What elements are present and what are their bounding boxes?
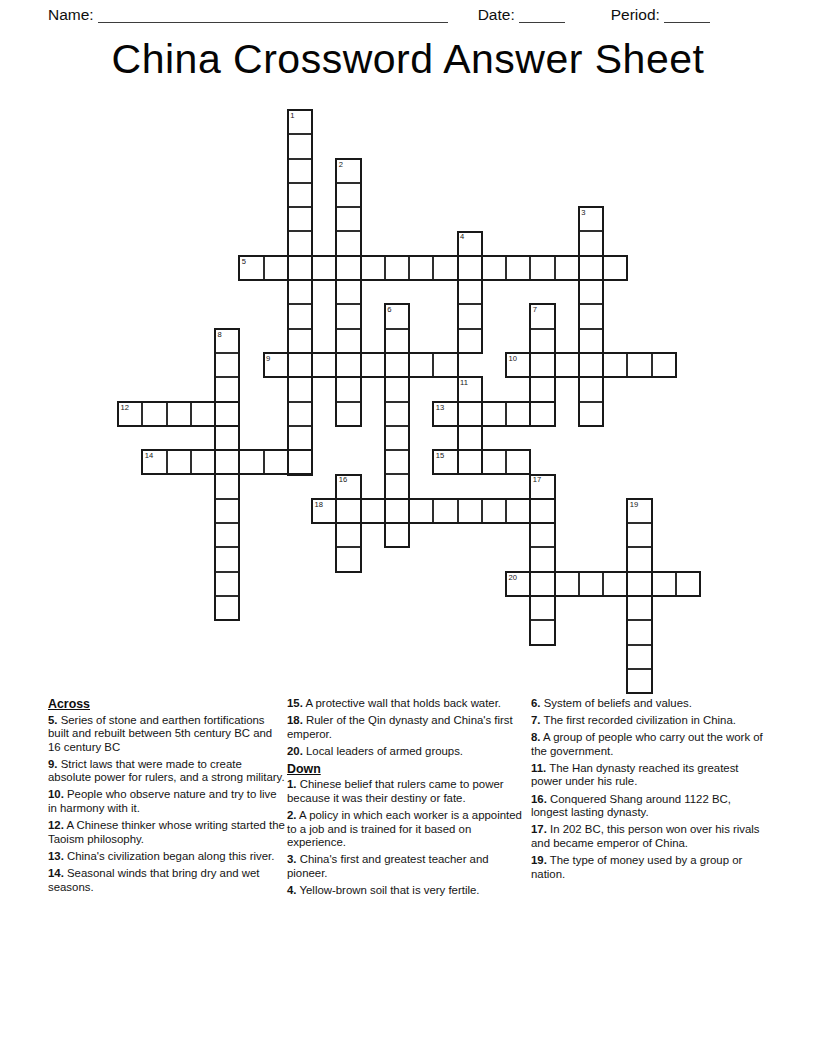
cell-r6-c18[interactable] (555, 256, 579, 280)
cell-r12-c9[interactable] (336, 402, 360, 426)
cell-r16-c11[interactable] (385, 499, 409, 523)
clue-3: 3. China's first and greatest teacher an… (287, 853, 524, 880)
clue-number: 8. (531, 731, 541, 743)
cell-r6-c19[interactable] (579, 256, 603, 280)
clue-number: 5. (48, 714, 58, 726)
clue-17: 17. In 202 BC, this person won over his … (531, 823, 768, 850)
cell-r19-c21[interactable] (627, 572, 651, 596)
cell-r12-c16[interactable] (506, 402, 530, 426)
cell-r12-c2[interactable] (167, 402, 191, 426)
cell-r15-c17[interactable]: 17 (530, 474, 554, 498)
cell-r10-c19[interactable] (579, 353, 603, 377)
cell-r11-c9[interactable] (336, 377, 360, 401)
cell-r12-c17[interactable] (530, 402, 554, 426)
cell-r20-c21[interactable] (627, 596, 651, 620)
clue-number: 13. (48, 850, 64, 862)
cell-number-16: 16 (339, 475, 347, 484)
cell-r6-c13[interactable] (433, 256, 457, 280)
clue-5: 5. Series of stone and earthen fortifica… (48, 714, 285, 755)
cell-r8-c19[interactable] (579, 304, 603, 328)
cell-number-15: 15 (436, 451, 444, 460)
cell-r16-c10[interactable] (361, 499, 385, 523)
cell-r16-c15[interactable] (482, 499, 506, 523)
cell-r6-c16[interactable] (506, 256, 530, 280)
cell-r11-c19[interactable] (579, 377, 603, 401)
worksheet-page: Name: Date: Period: China Crossword Answ… (0, 0, 816, 1056)
cell-r6-c5[interactable]: 5 (239, 256, 263, 280)
cell-number-1: 1 (290, 111, 294, 120)
clue-number: 9. (48, 758, 58, 770)
cell-r9-c14[interactable] (458, 329, 482, 353)
cell-r19-c19[interactable] (579, 572, 603, 596)
cell-r6-c7[interactable] (288, 256, 312, 280)
cell-r9-c11[interactable] (385, 329, 409, 353)
cell-r16-c12[interactable] (409, 499, 433, 523)
cell-r4-c9[interactable] (336, 207, 360, 231)
cell-r6-c9[interactable] (336, 256, 360, 280)
cell-r6-c15[interactable] (482, 256, 506, 280)
cell-r20-c17[interactable] (530, 596, 554, 620)
cell-r7-c7[interactable] (288, 280, 312, 304)
cell-r9-c17[interactable] (530, 329, 554, 353)
cell-r19-c18[interactable] (555, 572, 579, 596)
cell-r6-c11[interactable] (385, 256, 409, 280)
clue-11: 11. The Han dynasty reached its greatest… (531, 762, 768, 789)
cell-r1-c7[interactable] (288, 134, 312, 158)
cell-r10-c16[interactable]: 10 (506, 353, 530, 377)
cell-number-14: 14 (145, 451, 153, 460)
cell-r5-c9[interactable] (336, 231, 360, 255)
clue-number: 16. (531, 793, 547, 805)
cell-number-4: 4 (460, 232, 464, 241)
cell-r13-c7[interactable] (288, 426, 312, 450)
cell-r16-c16[interactable] (506, 499, 530, 523)
cell-r17-c21[interactable] (627, 523, 651, 547)
date-label: Date: (478, 6, 515, 24)
cell-r6-c6[interactable] (264, 256, 288, 280)
cell-r11-c7[interactable] (288, 377, 312, 401)
cell-r16-c21[interactable]: 19 (627, 499, 651, 523)
cell-r4-c7[interactable] (288, 207, 312, 231)
cell-r7-c19[interactable] (579, 280, 603, 304)
cell-r12-c13[interactable]: 13 (433, 402, 457, 426)
cell-r8-c7[interactable] (288, 304, 312, 328)
cell-r14-c11[interactable] (385, 450, 409, 474)
clue-4: 4. Yellow-brown soil that is very fertil… (287, 884, 524, 898)
cell-r16-c17[interactable] (530, 499, 554, 523)
cell-r14-c4[interactable] (215, 450, 239, 474)
cell-r4-c19[interactable]: 3 (579, 207, 603, 231)
cell-r13-c11[interactable] (385, 426, 409, 450)
cell-r13-c14[interactable] (458, 426, 482, 450)
clues-column-1: Across5. Series of stone and earthen for… (48, 697, 285, 898)
cell-r12-c11[interactable] (385, 402, 409, 426)
cell-r16-c13[interactable] (433, 499, 457, 523)
clue-number: 6. (531, 697, 541, 709)
cell-r19-c23[interactable] (676, 572, 700, 596)
name-blank-line[interactable] (98, 10, 448, 23)
cell-r15-c11[interactable] (385, 474, 409, 498)
cell-r8-c9[interactable] (336, 304, 360, 328)
cell-number-2: 2 (339, 160, 343, 169)
cell-r15-c9[interactable]: 16 (336, 474, 360, 498)
clue-number: 12. (48, 819, 64, 831)
cell-r10-c13[interactable] (433, 353, 457, 377)
cell-r10-c18[interactable] (555, 353, 579, 377)
cell-r18-c17[interactable] (530, 547, 554, 571)
clue-1: 1. Chinese belief that rulers came to po… (287, 778, 524, 805)
cell-r17-c9[interactable] (336, 523, 360, 547)
cell-r11-c14[interactable]: 11 (458, 377, 482, 401)
cell-number-13: 13 (436, 403, 444, 412)
cell-r14-c13[interactable]: 15 (433, 450, 457, 474)
cell-r5-c19[interactable] (579, 231, 603, 255)
clue-16: 16. Conquered Shang around 1122 BC, long… (531, 793, 768, 820)
cell-r11-c11[interactable] (385, 377, 409, 401)
cell-r16-c8[interactable]: 18 (312, 499, 336, 523)
cell-r10-c21[interactable] (627, 353, 651, 377)
clues-heading-down: Down (287, 762, 524, 776)
clue-number: 19. (531, 854, 547, 866)
period-blank-line[interactable] (664, 10, 710, 23)
cell-number-12: 12 (121, 403, 129, 412)
cell-r11-c17[interactable] (530, 377, 554, 401)
crossword-grid: 1234567891011121314151617181920 (118, 110, 700, 693)
clue-7: 7. The first recorded civilization in Ch… (531, 714, 768, 728)
cell-r8-c17[interactable]: 7 (530, 304, 554, 328)
cell-r7-c14[interactable] (458, 280, 482, 304)
clue-number: 17. (531, 823, 547, 835)
cell-r18-c9[interactable] (336, 547, 360, 571)
clue-number: 18. (287, 714, 303, 726)
cell-number-5: 5 (242, 257, 246, 266)
clue-12: 12. A Chinese thinker whose writing star… (48, 819, 285, 846)
cell-number-18: 18 (315, 500, 323, 509)
cell-r14-c7[interactable] (288, 450, 312, 474)
clue-number: 14. (48, 867, 64, 879)
cell-r10-c8[interactable] (312, 353, 336, 377)
clue-number: 1. (287, 778, 297, 790)
clues-column-2: 15. A protective wall that holds back wa… (287, 697, 524, 901)
clue-18: 18. Ruler of the Qin dynasty and China's… (287, 714, 524, 741)
cell-r12-c3[interactable] (191, 402, 215, 426)
clue-number: 4. (287, 884, 297, 896)
cell-r17-c4[interactable] (215, 523, 239, 547)
cell-number-6: 6 (387, 305, 391, 314)
clue-number: 3. (287, 853, 297, 865)
clue-number: 11. (531, 762, 546, 774)
cell-r10-c22[interactable] (652, 353, 676, 377)
cell-number-17: 17 (533, 475, 541, 484)
name-label: Name: (48, 6, 94, 24)
clue-number: 2. (287, 809, 297, 821)
clue-2: 2. A policy in which each worker is a ap… (287, 809, 524, 850)
cell-number-19: 19 (630, 500, 638, 509)
cell-r10-c6[interactable]: 9 (264, 353, 288, 377)
cell-r6-c12[interactable] (409, 256, 433, 280)
clue-13: 13. China's civilization began along thi… (48, 850, 285, 864)
clue-20: 20. Local leaders of armed groups. (287, 745, 524, 759)
cell-r12-c19[interactable] (579, 402, 603, 426)
cell-r19-c22[interactable] (652, 572, 676, 596)
clue-9: 9. Strict laws that were made to create … (48, 758, 285, 785)
cell-r6-c8[interactable] (312, 256, 336, 280)
cell-r9-c19[interactable] (579, 329, 603, 353)
clue-14: 14. Seasonal winds that bring dry and we… (48, 867, 285, 894)
cell-r3-c7[interactable] (288, 183, 312, 207)
cell-r8-c14[interactable] (458, 304, 482, 328)
cell-r10-c9[interactable] (336, 353, 360, 377)
cell-r10-c7[interactable] (288, 353, 312, 377)
cell-r17-c11[interactable] (385, 523, 409, 547)
cell-r10-c12[interactable] (409, 353, 433, 377)
header: Name: Date: Period: (48, 6, 710, 24)
cell-r12-c0[interactable]: 12 (118, 402, 142, 426)
period-label: Period: (611, 6, 660, 24)
cell-r9-c7[interactable] (288, 329, 312, 353)
cell-r14-c1[interactable]: 14 (142, 450, 166, 474)
cell-r10-c20[interactable] (603, 353, 627, 377)
clues-heading-across: Across (48, 697, 285, 711)
cell-r18-c4[interactable] (215, 547, 239, 571)
clue-15: 15. A protective wall that holds back wa… (287, 697, 524, 711)
cell-number-3: 3 (581, 208, 585, 217)
clue-number: 15. (287, 697, 303, 709)
cell-r6-c14[interactable] (458, 256, 482, 280)
clue-8: 8. A group of people who carry out the w… (531, 731, 768, 758)
cell-r14-c5[interactable] (239, 450, 263, 474)
cell-r16-c9[interactable] (336, 499, 360, 523)
clues-column-3: 6. System of beliefs and values.7. The f… (531, 697, 768, 885)
cell-r14-c3[interactable] (191, 450, 215, 474)
cell-r2-c9[interactable]: 2 (336, 159, 360, 183)
cell-r10-c10[interactable] (361, 353, 385, 377)
cell-r17-c17[interactable] (530, 523, 554, 547)
cell-number-9: 9 (266, 354, 270, 363)
date-blank-line[interactable] (519, 10, 565, 23)
cell-r7-c9[interactable] (336, 280, 360, 304)
cell-number-7: 7 (533, 305, 537, 314)
cell-r21-c17[interactable] (530, 620, 554, 644)
cell-number-10: 10 (509, 354, 517, 363)
cell-r2-c7[interactable] (288, 159, 312, 183)
clue-number: 10. (48, 788, 64, 800)
cell-r6-c20[interactable] (603, 256, 627, 280)
cell-r8-c11[interactable]: 6 (385, 304, 409, 328)
cell-r23-c21[interactable] (627, 669, 651, 693)
cell-r10-c17[interactable] (530, 353, 554, 377)
cell-r9-c9[interactable] (336, 329, 360, 353)
cell-r14-c15[interactable] (482, 450, 506, 474)
cell-r14-c16[interactable] (506, 450, 530, 474)
cell-r16-c14[interactable] (458, 499, 482, 523)
cell-r5-c7[interactable] (288, 231, 312, 255)
clue-number: 7. (531, 714, 541, 726)
cell-r19-c16[interactable]: 20 (506, 572, 530, 596)
cell-r10-c4[interactable] (215, 353, 239, 377)
clue-10: 10. People who observe nature and try to… (48, 788, 285, 815)
clue-6: 6. System of beliefs and values. (531, 697, 768, 711)
cell-r22-c21[interactable] (627, 645, 651, 669)
cell-r14-c14[interactable] (458, 450, 482, 474)
clue-number: 20. (287, 745, 303, 757)
page-title: China Crossword Answer Sheet (0, 36, 816, 83)
cell-r12-c7[interactable] (288, 402, 312, 426)
cell-r11-c4[interactable] (215, 377, 239, 401)
cell-r12-c14[interactable] (458, 402, 482, 426)
cell-r19-c17[interactable] (530, 572, 554, 596)
cell-r20-c4[interactable] (215, 596, 239, 620)
cell-number-20: 20 (509, 573, 517, 582)
cell-r9-c4[interactable]: 8 (215, 329, 239, 353)
cell-number-11: 11 (460, 378, 468, 387)
cell-r19-c20[interactable] (603, 572, 627, 596)
cell-r0-c7[interactable]: 1 (288, 110, 312, 134)
cell-r21-c21[interactable] (627, 620, 651, 644)
cell-r18-c21[interactable] (627, 547, 651, 571)
cell-r16-c4[interactable] (215, 499, 239, 523)
cell-number-8: 8 (218, 330, 222, 339)
cell-r15-c4[interactable] (215, 474, 239, 498)
cell-r14-c6[interactable] (264, 450, 288, 474)
cell-r13-c4[interactable] (215, 426, 239, 450)
cell-r14-c2[interactable] (167, 450, 191, 474)
cell-r10-c11[interactable] (385, 353, 409, 377)
cell-r12-c1[interactable] (142, 402, 166, 426)
cell-r12-c4[interactable] (215, 402, 239, 426)
cell-r5-c14[interactable]: 4 (458, 231, 482, 255)
cell-r3-c9[interactable] (336, 183, 360, 207)
cell-r6-c17[interactable] (530, 256, 554, 280)
cell-r19-c4[interactable] (215, 572, 239, 596)
cell-r6-c10[interactable] (361, 256, 385, 280)
clue-19: 19. The type of money used by a group or… (531, 854, 768, 881)
cell-r12-c15[interactable] (482, 402, 506, 426)
